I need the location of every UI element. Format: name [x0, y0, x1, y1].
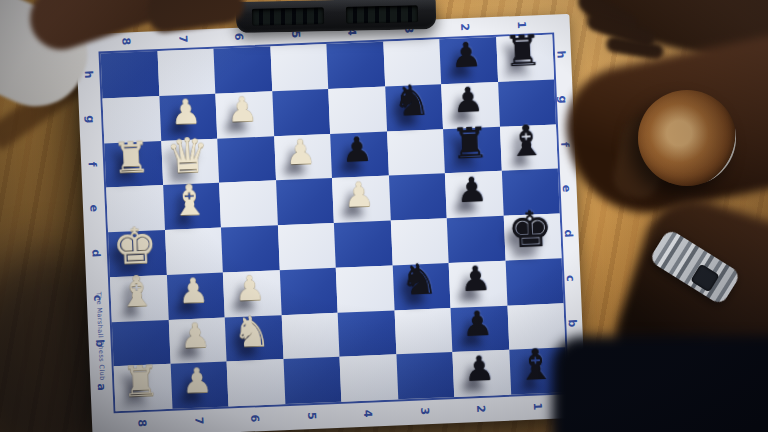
black-bishop-f1[interactable]: ♝ [507, 120, 546, 164]
white-pawn-g6[interactable]: ♟ [226, 92, 258, 127]
right-player-mug-hand [610, 114, 672, 202]
square-h6[interactable] [213, 46, 271, 93]
chess-clock[interactable] [236, 0, 437, 33]
white-pawn-a7[interactable]: ♟ [181, 362, 213, 397]
square-e5[interactable] [276, 178, 334, 225]
photo-scene: 87654321 87654321 hgfedcba hgfedcba The … [0, 0, 768, 432]
black-pawn-h2[interactable]: ♟ [450, 38, 482, 73]
black-knight-g3[interactable]: ♞ [392, 80, 431, 124]
square-a3[interactable] [396, 352, 454, 399]
white-king-d8[interactable]: ♚ [111, 221, 158, 273]
square-c5[interactable] [279, 268, 337, 315]
black-pawn-c2[interactable]: ♟ [460, 261, 492, 296]
black-rook-f2[interactable]: ♜ [450, 122, 489, 166]
white-bishop-c8[interactable]: ♝ [117, 270, 156, 314]
chess-board: 87654321 87654321 hgfedcba hgfedcba The … [76, 14, 586, 432]
square-h8[interactable] [101, 51, 159, 98]
square-b3[interactable] [394, 308, 452, 355]
square-h4[interactable] [326, 42, 384, 89]
right-player-finger [605, 35, 665, 61]
right-player-finger [585, 12, 657, 50]
white-pawn-c7[interactable]: ♟ [177, 273, 209, 308]
square-c1[interactable] [505, 258, 563, 305]
wrist-watch-band [648, 228, 741, 306]
clock-display-left [252, 7, 324, 26]
white-rook-f8[interactable]: ♜ [112, 136, 151, 180]
clock-display-right [346, 5, 418, 24]
square-g5[interactable] [272, 89, 330, 136]
black-pawn-e2[interactable]: ♟ [456, 172, 488, 207]
white-pawn-g7[interactable]: ♟ [170, 94, 202, 129]
square-a5[interactable] [283, 357, 341, 404]
white-bishop-e7[interactable]: ♝ [170, 179, 209, 223]
board-grid [98, 32, 569, 413]
white-pawn-f5[interactable]: ♟ [285, 134, 317, 169]
square-d5[interactable] [277, 223, 335, 270]
black-king-d1[interactable]: ♚ [507, 204, 554, 256]
black-pawn-g2[interactable]: ♟ [452, 82, 484, 117]
square-h7[interactable] [157, 49, 215, 96]
square-d2[interactable] [447, 216, 505, 263]
square-h5[interactable] [270, 44, 328, 91]
right-player-finger [576, 0, 641, 36]
square-c4[interactable] [336, 265, 394, 312]
square-d4[interactable] [334, 221, 392, 268]
white-pawn-b7[interactable]: ♟ [179, 318, 211, 353]
black-bishop-a1[interactable]: ♝ [516, 343, 555, 387]
square-a4[interactable] [339, 355, 397, 402]
square-a6[interactable] [227, 359, 285, 406]
white-rook-a8[interactable]: ♜ [121, 360, 160, 404]
black-rook-h1[interactable]: ♜ [503, 30, 542, 74]
wrist-watch-face [690, 264, 719, 293]
square-f3[interactable] [387, 129, 445, 176]
white-pawn-e4[interactable]: ♟ [343, 176, 375, 211]
square-g4[interactable] [328, 86, 386, 133]
square-e3[interactable] [388, 173, 446, 220]
square-e6[interactable] [219, 181, 277, 228]
white-pawn-c6[interactable]: ♟ [234, 271, 266, 306]
black-pawn-b2[interactable]: ♟ [462, 306, 494, 341]
coffee-mug [638, 90, 736, 186]
square-b5[interactable] [281, 312, 339, 359]
square-b4[interactable] [338, 310, 396, 357]
black-pawn-a2[interactable]: ♟ [463, 351, 495, 386]
square-d6[interactable] [221, 225, 279, 272]
black-pawn-f4[interactable]: ♟ [341, 132, 373, 167]
white-queen-f7[interactable]: ♛ [165, 130, 210, 180]
square-f6[interactable] [217, 136, 275, 183]
white-knight-b6[interactable]: ♞ [232, 310, 271, 354]
black-knight-c3[interactable]: ♞ [399, 259, 438, 303]
right-player-hand [572, 0, 768, 75]
right-player-forearm [603, 187, 768, 423]
square-d7[interactable] [165, 228, 223, 275]
